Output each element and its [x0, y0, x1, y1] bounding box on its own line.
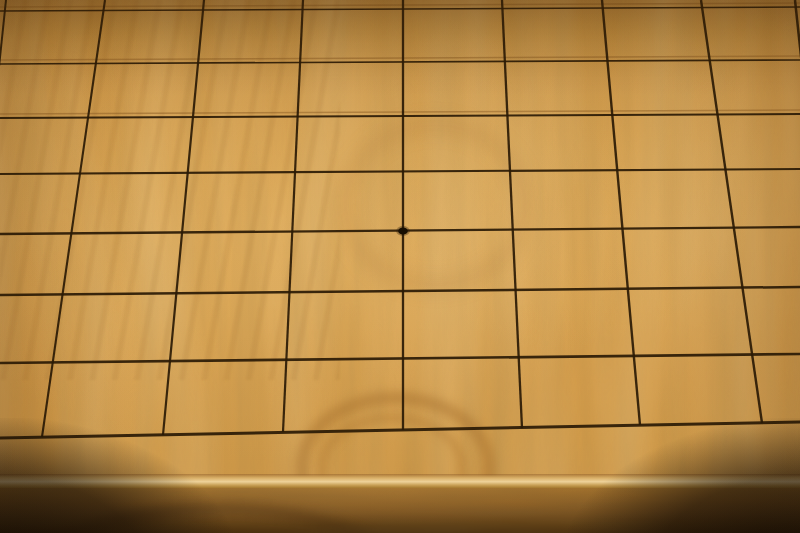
grid-horizontal-line	[0, 7, 800, 11]
grid-vertical-line	[42, 0, 105, 437]
grid-line-shadow	[0, 3, 800, 7]
grid-vertical-line	[701, 0, 762, 423]
grid-vertical-line	[163, 0, 204, 435]
grid-horizontal-line	[0, 287, 800, 295]
grid-vertical-line	[283, 0, 303, 432]
shadow-bottom-left	[0, 418, 240, 533]
grid-line-shadow	[0, 110, 800, 114]
grid-horizontal-line	[0, 169, 800, 174]
grid-vertical-line	[602, 0, 640, 425]
grid-vertical-line	[795, 0, 800, 421]
grid-vertical-line	[502, 0, 522, 428]
grid-horizontal-line	[0, 354, 800, 363]
grid-line-shadow	[0, 56, 800, 60]
star-point-tengen	[398, 227, 408, 234]
grid-vertical-line	[0, 0, 6, 439]
shadow-bottom-right	[560, 418, 800, 533]
grid-horizontal-line	[0, 114, 800, 118]
goban-photo	[0, 0, 800, 533]
grid-horizontal-line	[0, 60, 800, 64]
